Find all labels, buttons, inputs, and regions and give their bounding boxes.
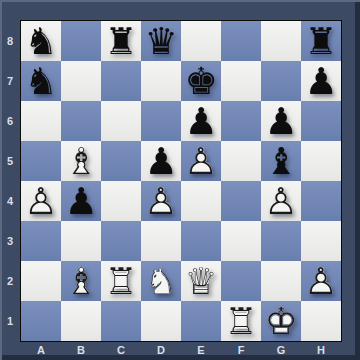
square-e2[interactable]: ♛♕ — [181, 261, 221, 301]
square-c3[interactable] — [101, 221, 141, 261]
square-b4[interactable]: ♟ — [61, 181, 101, 221]
piece-outline: ♗ — [61, 141, 101, 181]
square-g4[interactable]: ♟♙ — [261, 181, 301, 221]
square-h3[interactable] — [301, 221, 341, 261]
square-f8[interactable] — [221, 21, 261, 61]
square-h7[interactable]: ♟ — [301, 61, 341, 101]
square-b1[interactable] — [61, 301, 101, 341]
square-e8[interactable] — [181, 21, 221, 61]
square-a1[interactable] — [21, 301, 61, 341]
square-g2[interactable] — [261, 261, 301, 301]
piece-white-pawn: ♟♙ — [141, 181, 181, 221]
piece-black-pawn: ♟ — [261, 101, 301, 141]
piece-white-rook: ♜♖ — [101, 261, 141, 301]
square-f2[interactable] — [221, 261, 261, 301]
piece-glyph: ♝ — [261, 141, 301, 181]
square-a2[interactable] — [21, 261, 61, 301]
square-e1[interactable] — [181, 301, 221, 341]
file-label-a: A — [21, 343, 61, 357]
piece-glyph: ♟ — [141, 141, 181, 181]
square-g6[interactable]: ♟ — [261, 101, 301, 141]
file-labels: ABCDEFGH — [21, 343, 341, 357]
file-label-b: B — [61, 343, 101, 357]
piece-glyph: ♟ — [61, 181, 101, 221]
square-b3[interactable] — [61, 221, 101, 261]
piece-black-pawn: ♟ — [141, 141, 181, 181]
square-b8[interactable] — [61, 21, 101, 61]
square-h1[interactable] — [301, 301, 341, 341]
square-d4[interactable]: ♟♙ — [141, 181, 181, 221]
piece-black-rook: ♜ — [101, 21, 141, 61]
piece-black-rook: ♜ — [301, 21, 341, 61]
square-d2[interactable]: ♞♘ — [141, 261, 181, 301]
square-b6[interactable] — [61, 101, 101, 141]
rank-label-4: 4 — [0, 181, 20, 221]
piece-glyph: ♞ — [21, 61, 61, 101]
file-label-f: F — [221, 343, 261, 357]
piece-glyph: ♟ — [181, 101, 221, 141]
square-e4[interactable] — [181, 181, 221, 221]
square-a8[interactable]: ♞ — [21, 21, 61, 61]
board-border: ♞♜♛♜♞♚♟♟♟♝♗♟♟♙♝♟♙♟♟♙♟♙♝♗♜♖♞♘♛♕♟♙♜♖♚♔ — [20, 20, 342, 342]
piece-white-pawn: ♟♙ — [301, 261, 341, 301]
piece-outline: ♙ — [141, 181, 181, 221]
piece-glyph: ♟ — [301, 61, 341, 101]
square-c2[interactable]: ♜♖ — [101, 261, 141, 301]
square-f3[interactable] — [221, 221, 261, 261]
rank-label-3: 3 — [0, 221, 20, 261]
square-h4[interactable] — [301, 181, 341, 221]
square-d1[interactable] — [141, 301, 181, 341]
piece-outline: ♘ — [141, 261, 181, 301]
piece-glyph: ♜ — [101, 21, 141, 61]
piece-black-knight: ♞ — [21, 61, 61, 101]
rank-label-7: 7 — [0, 61, 20, 101]
square-c1[interactable] — [101, 301, 141, 341]
square-e3[interactable] — [181, 221, 221, 261]
square-f7[interactable] — [221, 61, 261, 101]
square-a6[interactable] — [21, 101, 61, 141]
square-g3[interactable] — [261, 221, 301, 261]
square-d8[interactable]: ♛ — [141, 21, 181, 61]
square-g7[interactable] — [261, 61, 301, 101]
file-label-h: H — [301, 343, 341, 357]
file-label-g: G — [261, 343, 301, 357]
square-c8[interactable]: ♜ — [101, 21, 141, 61]
piece-white-pawn: ♟♙ — [181, 141, 221, 181]
file-label-c: C — [101, 343, 141, 357]
rank-label-6: 6 — [0, 101, 20, 141]
square-d3[interactable] — [141, 221, 181, 261]
piece-black-pawn: ♟ — [181, 101, 221, 141]
square-b5[interactable]: ♝♗ — [61, 141, 101, 181]
piece-black-pawn: ♟ — [61, 181, 101, 221]
square-a7[interactable]: ♞ — [21, 61, 61, 101]
piece-glyph: ♞ — [21, 21, 61, 61]
rank-label-8: 8 — [0, 21, 20, 61]
square-g1[interactable]: ♚♔ — [261, 301, 301, 341]
square-c5[interactable] — [101, 141, 141, 181]
chess-board: ♞♜♛♜♞♚♟♟♟♝♗♟♟♙♝♟♙♟♟♙♟♙♝♗♜♖♞♘♛♕♟♙♜♖♚♔ — [21, 21, 341, 341]
square-d7[interactable] — [141, 61, 181, 101]
piece-outline: ♖ — [221, 301, 261, 341]
square-h6[interactable] — [301, 101, 341, 141]
square-g8[interactable] — [261, 21, 301, 61]
piece-glyph: ♚ — [181, 61, 221, 101]
piece-outline: ♙ — [181, 141, 221, 181]
piece-white-queen: ♛♕ — [181, 261, 221, 301]
piece-black-knight: ♞ — [21, 21, 61, 61]
piece-outline: ♙ — [261, 181, 301, 221]
piece-white-rook: ♜♖ — [221, 301, 261, 341]
piece-white-bishop: ♝♗ — [61, 141, 101, 181]
piece-outline: ♙ — [301, 261, 341, 301]
square-b7[interactable] — [61, 61, 101, 101]
piece-outline: ♔ — [261, 301, 301, 341]
square-e5[interactable]: ♟♙ — [181, 141, 221, 181]
piece-glyph: ♟ — [261, 101, 301, 141]
square-a4[interactable]: ♟♙ — [21, 181, 61, 221]
piece-white-bishop: ♝♗ — [61, 261, 101, 301]
piece-outline: ♙ — [21, 181, 61, 221]
piece-black-bishop: ♝ — [261, 141, 301, 181]
piece-white-pawn: ♟♙ — [261, 181, 301, 221]
square-e6[interactable]: ♟ — [181, 101, 221, 141]
square-h8[interactable]: ♜ — [301, 21, 341, 61]
piece-black-pawn: ♟ — [301, 61, 341, 101]
square-a3[interactable] — [21, 221, 61, 261]
rank-label-2: 2 — [0, 261, 20, 301]
square-d6[interactable] — [141, 101, 181, 141]
square-g5[interactable]: ♝ — [261, 141, 301, 181]
piece-glyph: ♛ — [141, 21, 181, 61]
piece-glyph: ♜ — [301, 21, 341, 61]
square-c6[interactable] — [101, 101, 141, 141]
piece-black-king: ♚ — [181, 61, 221, 101]
square-f1[interactable]: ♜♖ — [221, 301, 261, 341]
piece-white-knight: ♞♘ — [141, 261, 181, 301]
square-a5[interactable] — [21, 141, 61, 181]
square-h5[interactable] — [301, 141, 341, 181]
square-c7[interactable] — [101, 61, 141, 101]
square-h2[interactable]: ♟♙ — [301, 261, 341, 301]
rank-label-5: 5 — [0, 141, 20, 181]
piece-outline: ♗ — [61, 261, 101, 301]
file-label-e: E — [181, 343, 221, 357]
rank-labels: 87654321 — [0, 21, 20, 341]
rank-label-1: 1 — [0, 301, 20, 341]
piece-outline: ♕ — [181, 261, 221, 301]
piece-outline: ♖ — [101, 261, 141, 301]
square-e7[interactable]: ♚ — [181, 61, 221, 101]
piece-white-king: ♚♔ — [261, 301, 301, 341]
square-f5[interactable] — [221, 141, 261, 181]
square-f6[interactable] — [221, 101, 261, 141]
square-d5[interactable]: ♟ — [141, 141, 181, 181]
chess-diagram: 87654321 ♞♜♛♜♞♚♟♟♟♝♗♟♟♙♝♟♙♟♟♙♟♙♝♗♜♖♞♘♛♕♟… — [0, 0, 360, 360]
file-label-d: D — [141, 343, 181, 357]
square-f4[interactable] — [221, 181, 261, 221]
piece-black-queen: ♛ — [141, 21, 181, 61]
square-b2[interactable]: ♝♗ — [61, 261, 101, 301]
square-c4[interactable] — [101, 181, 141, 221]
piece-white-pawn: ♟♙ — [21, 181, 61, 221]
